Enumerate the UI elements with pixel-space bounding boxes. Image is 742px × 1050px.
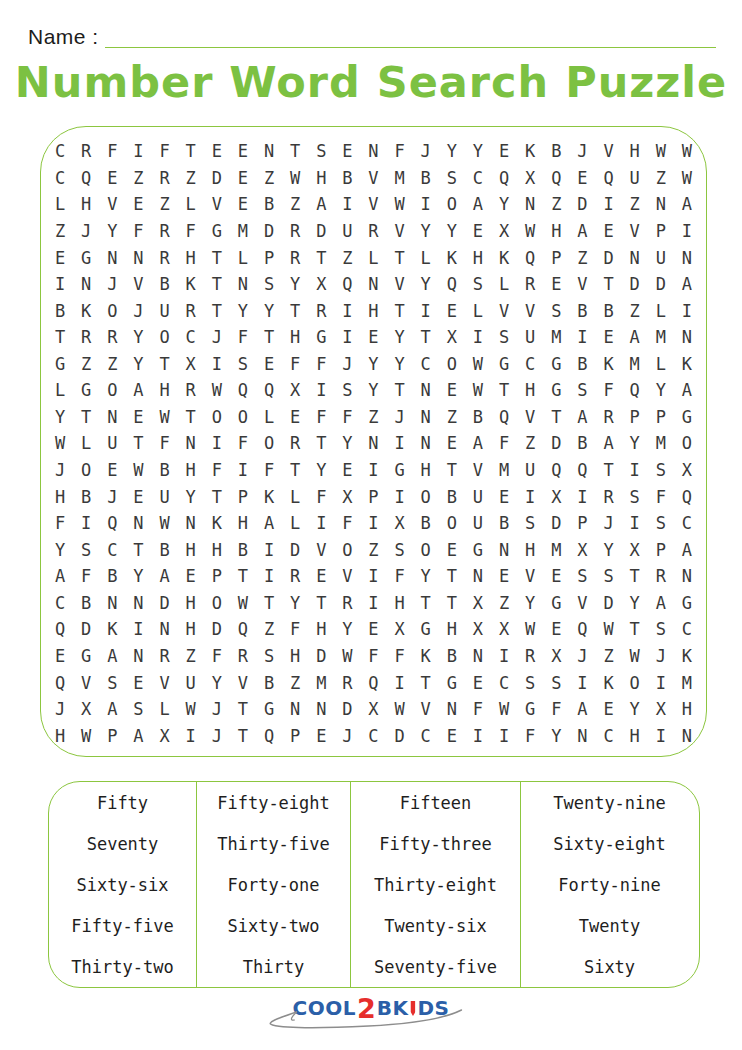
- grid-cell[interactable]: D: [73, 616, 99, 643]
- grid-cell[interactable]: W: [596, 616, 622, 643]
- grid-cell[interactable]: S: [569, 563, 595, 590]
- grid-cell[interactable]: A: [151, 563, 177, 590]
- grid-cell[interactable]: Y: [648, 377, 674, 404]
- grid-cell[interactable]: B: [596, 297, 622, 324]
- grid-cell[interactable]: Z: [256, 616, 282, 643]
- grid-cell[interactable]: R: [648, 563, 674, 590]
- grid-cell[interactable]: P: [569, 510, 595, 537]
- grid-cell[interactable]: C: [517, 351, 543, 378]
- grid-cell[interactable]: R: [73, 324, 99, 351]
- grid-cell[interactable]: C: [99, 536, 125, 563]
- grid-cell[interactable]: E: [360, 324, 386, 351]
- grid-cell[interactable]: V: [125, 271, 151, 298]
- grid-cell[interactable]: Z: [491, 590, 517, 617]
- grid-cell[interactable]: S: [256, 271, 282, 298]
- grid-cell[interactable]: N: [151, 616, 177, 643]
- grid-cell[interactable]: Z: [648, 165, 674, 192]
- grid-cell[interactable]: L: [465, 297, 491, 324]
- grid-cell[interactable]: T: [282, 457, 308, 484]
- grid-cell[interactable]: G: [256, 696, 282, 723]
- grid-cell[interactable]: R: [151, 643, 177, 670]
- grid-cell[interactable]: O: [439, 351, 465, 378]
- grid-cell[interactable]: X: [569, 536, 595, 563]
- grid-cell[interactable]: E: [125, 669, 151, 696]
- grid-cell[interactable]: E: [596, 696, 622, 723]
- grid-cell[interactable]: V: [622, 218, 648, 245]
- grid-cell[interactable]: N: [308, 696, 334, 723]
- grid-cell[interactable]: Y: [413, 218, 439, 245]
- grid-cell[interactable]: Z: [622, 191, 648, 218]
- grid-cell[interactable]: W: [125, 457, 151, 484]
- grid-cell[interactable]: V: [387, 218, 413, 245]
- grid-cell[interactable]: G: [413, 616, 439, 643]
- grid-cell[interactable]: S: [465, 271, 491, 298]
- grid-cell[interactable]: B: [543, 138, 569, 165]
- grid-cell[interactable]: A: [622, 324, 648, 351]
- grid-cell[interactable]: E: [465, 218, 491, 245]
- grid-cell[interactable]: T: [47, 324, 73, 351]
- grid-cell[interactable]: R: [73, 138, 99, 165]
- grid-cell[interactable]: Y: [178, 483, 204, 510]
- grid-cell[interactable]: Q: [622, 377, 648, 404]
- grid-cell[interactable]: D: [622, 271, 648, 298]
- grid-cell[interactable]: X: [543, 483, 569, 510]
- grid-cell[interactable]: G: [47, 351, 73, 378]
- grid-cell[interactable]: V: [569, 271, 595, 298]
- grid-cell[interactable]: G: [73, 377, 99, 404]
- grid-cell[interactable]: A: [569, 404, 595, 431]
- grid-cell[interactable]: V: [230, 669, 256, 696]
- grid-cell[interactable]: N: [569, 722, 595, 749]
- grid-cell[interactable]: W: [387, 696, 413, 723]
- grid-cell[interactable]: Y: [413, 563, 439, 590]
- grid-cell[interactable]: E: [360, 616, 386, 643]
- grid-cell[interactable]: T: [543, 404, 569, 431]
- grid-cell[interactable]: Z: [543, 191, 569, 218]
- grid-cell[interactable]: Z: [282, 191, 308, 218]
- grid-cell[interactable]: V: [491, 297, 517, 324]
- grid-cell[interactable]: Z: [178, 165, 204, 192]
- grid-cell[interactable]: H: [230, 510, 256, 537]
- grid-cell[interactable]: S: [125, 696, 151, 723]
- grid-cell[interactable]: Z: [622, 297, 648, 324]
- grid-cell[interactable]: D: [387, 722, 413, 749]
- grid-cell[interactable]: T: [596, 271, 622, 298]
- grid-cell[interactable]: Y: [517, 590, 543, 617]
- grid-cell[interactable]: Y: [125, 324, 151, 351]
- grid-cell[interactable]: J: [334, 351, 360, 378]
- grid-cell[interactable]: I: [360, 563, 386, 590]
- grid-cell[interactable]: V: [308, 536, 334, 563]
- grid-cell[interactable]: M: [674, 669, 700, 696]
- grid-cell[interactable]: D: [543, 430, 569, 457]
- grid-cell[interactable]: Q: [73, 165, 99, 192]
- grid-cell[interactable]: X: [491, 218, 517, 245]
- grid-cell[interactable]: R: [282, 218, 308, 245]
- grid-cell[interactable]: F: [465, 696, 491, 723]
- grid-cell[interactable]: B: [334, 165, 360, 192]
- grid-cell[interactable]: T: [413, 590, 439, 617]
- grid-cell[interactable]: I: [569, 324, 595, 351]
- grid-cell[interactable]: P: [282, 722, 308, 749]
- grid-cell[interactable]: B: [439, 643, 465, 670]
- grid-cell[interactable]: A: [596, 430, 622, 457]
- grid-cell[interactable]: C: [413, 722, 439, 749]
- grid-cell[interactable]: F: [387, 643, 413, 670]
- grid-cell[interactable]: Y: [334, 616, 360, 643]
- grid-cell[interactable]: S: [517, 510, 543, 537]
- grid-cell[interactable]: I: [230, 457, 256, 484]
- grid-cell[interactable]: F: [387, 138, 413, 165]
- grid-cell[interactable]: Z: [151, 191, 177, 218]
- grid-cell[interactable]: H: [439, 616, 465, 643]
- grid-cell[interactable]: W: [230, 590, 256, 617]
- grid-cell[interactable]: N: [125, 590, 151, 617]
- grid-cell[interactable]: R: [282, 430, 308, 457]
- grid-cell[interactable]: I: [334, 297, 360, 324]
- grid-cell[interactable]: S: [596, 563, 622, 590]
- grid-cell[interactable]: P: [360, 483, 386, 510]
- grid-cell[interactable]: T: [230, 563, 256, 590]
- grid-cell[interactable]: R: [334, 590, 360, 617]
- grid-cell[interactable]: O: [413, 483, 439, 510]
- grid-cell[interactable]: L: [648, 351, 674, 378]
- grid-cell[interactable]: H: [178, 536, 204, 563]
- grid-cell[interactable]: R: [230, 643, 256, 670]
- grid-cell[interactable]: G: [543, 351, 569, 378]
- grid-cell[interactable]: W: [517, 218, 543, 245]
- grid-cell[interactable]: Y: [282, 590, 308, 617]
- grid-cell[interactable]: W: [622, 643, 648, 670]
- grid-cell[interactable]: E: [439, 430, 465, 457]
- grid-cell[interactable]: S: [256, 643, 282, 670]
- grid-cell[interactable]: D: [204, 616, 230, 643]
- grid-cell[interactable]: S: [491, 324, 517, 351]
- grid-cell[interactable]: T: [73, 404, 99, 431]
- grid-cell[interactable]: E: [334, 457, 360, 484]
- grid-cell[interactable]: A: [674, 271, 700, 298]
- grid-cell[interactable]: L: [256, 404, 282, 431]
- grid-cell[interactable]: Y: [439, 138, 465, 165]
- grid-cell[interactable]: D: [596, 244, 622, 271]
- grid-cell[interactable]: I: [178, 722, 204, 749]
- grid-cell[interactable]: P: [648, 404, 674, 431]
- grid-cell[interactable]: B: [47, 297, 73, 324]
- grid-cell[interactable]: L: [178, 191, 204, 218]
- grid-cell[interactable]: Q: [360, 669, 386, 696]
- grid-cell[interactable]: P: [230, 483, 256, 510]
- grid-cell[interactable]: V: [413, 696, 439, 723]
- grid-cell[interactable]: K: [178, 271, 204, 298]
- grid-cell[interactable]: J: [387, 404, 413, 431]
- grid-cell[interactable]: E: [491, 563, 517, 590]
- grid-cell[interactable]: Q: [569, 616, 595, 643]
- grid-cell[interactable]: B: [491, 510, 517, 537]
- grid-cell[interactable]: E: [569, 165, 595, 192]
- grid-cell[interactable]: N: [674, 722, 700, 749]
- grid-cell[interactable]: S: [387, 536, 413, 563]
- grid-cell[interactable]: W: [465, 377, 491, 404]
- grid-cell[interactable]: W: [517, 616, 543, 643]
- grid-cell[interactable]: W: [334, 643, 360, 670]
- grid-cell[interactable]: I: [387, 669, 413, 696]
- grid-cell[interactable]: E: [439, 536, 465, 563]
- grid-cell[interactable]: R: [99, 324, 125, 351]
- grid-cell[interactable]: A: [674, 536, 700, 563]
- grid-cell[interactable]: J: [569, 643, 595, 670]
- grid-cell[interactable]: X: [543, 643, 569, 670]
- grid-cell[interactable]: E: [99, 165, 125, 192]
- grid-cell[interactable]: Y: [99, 218, 125, 245]
- grid-cell[interactable]: Y: [125, 563, 151, 590]
- grid-cell[interactable]: J: [125, 297, 151, 324]
- grid-cell[interactable]: C: [178, 324, 204, 351]
- grid-cell[interactable]: Q: [230, 377, 256, 404]
- grid-cell[interactable]: O: [439, 510, 465, 537]
- grid-cell[interactable]: T: [387, 297, 413, 324]
- grid-cell[interactable]: N: [282, 696, 308, 723]
- grid-cell[interactable]: U: [465, 483, 491, 510]
- grid-cell[interactable]: U: [178, 669, 204, 696]
- grid-cell[interactable]: N: [465, 563, 491, 590]
- grid-cell[interactable]: Y: [47, 404, 73, 431]
- grid-cell[interactable]: B: [151, 271, 177, 298]
- grid-cell[interactable]: H: [282, 643, 308, 670]
- grid-cell[interactable]: B: [99, 563, 125, 590]
- grid-cell[interactable]: E: [543, 616, 569, 643]
- grid-cell[interactable]: O: [204, 404, 230, 431]
- grid-cell[interactable]: I: [125, 138, 151, 165]
- grid-cell[interactable]: I: [413, 297, 439, 324]
- grid-cell[interactable]: O: [674, 430, 700, 457]
- grid-cell[interactable]: F: [151, 430, 177, 457]
- grid-cell[interactable]: V: [569, 590, 595, 617]
- grid-cell[interactable]: T: [256, 324, 282, 351]
- grid-cell[interactable]: L: [47, 377, 73, 404]
- grid-cell[interactable]: T: [125, 536, 151, 563]
- grid-cell[interactable]: X: [178, 351, 204, 378]
- grid-cell[interactable]: N: [360, 430, 386, 457]
- grid-cell[interactable]: B: [413, 510, 439, 537]
- grid-cell[interactable]: F: [334, 510, 360, 537]
- grid-cell[interactable]: I: [308, 377, 334, 404]
- grid-cell[interactable]: F: [230, 324, 256, 351]
- grid-cell[interactable]: O: [151, 324, 177, 351]
- grid-cell[interactable]: K: [596, 351, 622, 378]
- grid-cell[interactable]: E: [543, 563, 569, 590]
- grid-cell[interactable]: F: [204, 457, 230, 484]
- grid-cell[interactable]: P: [622, 404, 648, 431]
- grid-cell[interactable]: R: [282, 563, 308, 590]
- grid-cell[interactable]: T: [387, 377, 413, 404]
- grid-cell[interactable]: A: [674, 377, 700, 404]
- grid-cell[interactable]: S: [517, 669, 543, 696]
- grid-cell[interactable]: X: [491, 616, 517, 643]
- grid-cell[interactable]: B: [439, 483, 465, 510]
- grid-cell[interactable]: X: [387, 510, 413, 537]
- grid-cell[interactable]: O: [230, 404, 256, 431]
- grid-cell[interactable]: W: [204, 377, 230, 404]
- grid-cell[interactable]: H: [622, 138, 648, 165]
- grid-cell[interactable]: J: [99, 271, 125, 298]
- grid-cell[interactable]: Q: [491, 165, 517, 192]
- grid-cell[interactable]: J: [334, 722, 360, 749]
- grid-cell[interactable]: B: [256, 191, 282, 218]
- grid-cell[interactable]: R: [360, 218, 386, 245]
- grid-cell[interactable]: V: [204, 191, 230, 218]
- grid-cell[interactable]: Q: [256, 722, 282, 749]
- grid-cell[interactable]: D: [596, 590, 622, 617]
- grid-cell[interactable]: X: [439, 324, 465, 351]
- grid-cell[interactable]: F: [99, 138, 125, 165]
- grid-cell[interactable]: E: [230, 165, 256, 192]
- grid-cell[interactable]: X: [674, 457, 700, 484]
- grid-cell[interactable]: G: [674, 590, 700, 617]
- grid-cell[interactable]: B: [569, 430, 595, 457]
- grid-cell[interactable]: O: [99, 297, 125, 324]
- grid-cell[interactable]: T: [308, 590, 334, 617]
- grid-cell[interactable]: I: [517, 483, 543, 510]
- grid-cell[interactable]: Y: [596, 536, 622, 563]
- grid-cell[interactable]: Z: [256, 165, 282, 192]
- grid-cell[interactable]: W: [674, 165, 700, 192]
- grid-cell[interactable]: R: [151, 218, 177, 245]
- grid-cell[interactable]: H: [465, 244, 491, 271]
- grid-cell[interactable]: Y: [387, 351, 413, 378]
- grid-cell[interactable]: R: [596, 483, 622, 510]
- grid-cell[interactable]: Q: [569, 457, 595, 484]
- grid-cell[interactable]: F: [125, 218, 151, 245]
- grid-cell[interactable]: I: [465, 324, 491, 351]
- grid-cell[interactable]: T: [282, 297, 308, 324]
- grid-cell[interactable]: T: [439, 590, 465, 617]
- grid-cell[interactable]: I: [569, 669, 595, 696]
- grid-cell[interactable]: A: [674, 191, 700, 218]
- grid-cell[interactable]: E: [47, 643, 73, 670]
- grid-cell[interactable]: H: [517, 377, 543, 404]
- grid-cell[interactable]: M: [491, 457, 517, 484]
- grid-cell[interactable]: L: [73, 430, 99, 457]
- grid-cell[interactable]: X: [622, 536, 648, 563]
- grid-cell[interactable]: Z: [334, 244, 360, 271]
- grid-cell[interactable]: H: [47, 483, 73, 510]
- grid-cell[interactable]: B: [569, 297, 595, 324]
- grid-cell[interactable]: E: [125, 404, 151, 431]
- grid-cell[interactable]: N: [360, 271, 386, 298]
- grid-cell[interactable]: T: [413, 669, 439, 696]
- grid-cell[interactable]: E: [282, 404, 308, 431]
- grid-cell[interactable]: T: [125, 430, 151, 457]
- grid-cell[interactable]: W: [674, 138, 700, 165]
- grid-cell[interactable]: V: [517, 404, 543, 431]
- grid-cell[interactable]: F: [334, 404, 360, 431]
- grid-cell[interactable]: N: [178, 430, 204, 457]
- grid-cell[interactable]: W: [73, 722, 99, 749]
- grid-cell[interactable]: P: [256, 244, 282, 271]
- grid-cell[interactable]: A: [125, 722, 151, 749]
- grid-cell[interactable]: L: [648, 297, 674, 324]
- grid-cell[interactable]: O: [204, 590, 230, 617]
- grid-cell[interactable]: N: [413, 430, 439, 457]
- grid-cell[interactable]: O: [73, 457, 99, 484]
- grid-cell[interactable]: G: [517, 696, 543, 723]
- grid-cell[interactable]: O: [99, 377, 125, 404]
- grid-cell[interactable]: F: [230, 430, 256, 457]
- grid-cell[interactable]: N: [230, 271, 256, 298]
- grid-cell[interactable]: F: [47, 510, 73, 537]
- grid-cell[interactable]: Y: [47, 536, 73, 563]
- grid-cell[interactable]: Z: [282, 669, 308, 696]
- grid-cell[interactable]: I: [674, 218, 700, 245]
- grid-cell[interactable]: X: [282, 377, 308, 404]
- grid-cell[interactable]: T: [491, 377, 517, 404]
- grid-cell[interactable]: G: [204, 218, 230, 245]
- grid-cell[interactable]: T: [282, 138, 308, 165]
- grid-cell[interactable]: M: [543, 324, 569, 351]
- grid-cell[interactable]: E: [125, 191, 151, 218]
- grid-cell[interactable]: N: [125, 643, 151, 670]
- grid-cell[interactable]: C: [47, 138, 73, 165]
- grid-cell[interactable]: E: [596, 218, 622, 245]
- grid-cell[interactable]: Z: [596, 643, 622, 670]
- grid-cell[interactable]: F: [360, 643, 386, 670]
- grid-cell[interactable]: T: [622, 616, 648, 643]
- grid-cell[interactable]: B: [73, 590, 99, 617]
- grid-cell[interactable]: D: [282, 536, 308, 563]
- grid-cell[interactable]: L: [282, 510, 308, 537]
- grid-cell[interactable]: F: [517, 722, 543, 749]
- grid-cell[interactable]: E: [439, 377, 465, 404]
- grid-cell[interactable]: Y: [204, 669, 230, 696]
- grid-cell[interactable]: Y: [622, 590, 648, 617]
- grid-cell[interactable]: W: [178, 696, 204, 723]
- grid-cell[interactable]: I: [465, 722, 491, 749]
- grid-cell[interactable]: U: [648, 244, 674, 271]
- grid-cell[interactable]: Q: [334, 271, 360, 298]
- grid-cell[interactable]: B: [256, 669, 282, 696]
- grid-cell[interactable]: S: [230, 351, 256, 378]
- grid-cell[interactable]: Q: [47, 669, 73, 696]
- grid-cell[interactable]: Y: [308, 457, 334, 484]
- grid-cell[interactable]: K: [491, 244, 517, 271]
- grid-cell[interactable]: G: [465, 536, 491, 563]
- grid-cell[interactable]: N: [99, 404, 125, 431]
- grid-cell[interactable]: V: [99, 191, 125, 218]
- grid-cell[interactable]: N: [674, 324, 700, 351]
- grid-cell[interactable]: I: [569, 483, 595, 510]
- grid-cell[interactable]: S: [73, 536, 99, 563]
- grid-cell[interactable]: U: [517, 324, 543, 351]
- grid-cell[interactable]: Q: [439, 271, 465, 298]
- grid-cell[interactable]: C: [360, 722, 386, 749]
- grid-cell[interactable]: T: [387, 244, 413, 271]
- grid-cell[interactable]: B: [413, 165, 439, 192]
- grid-cell[interactable]: F: [282, 351, 308, 378]
- grid-cell[interactable]: N: [73, 271, 99, 298]
- grid-cell[interactable]: F: [308, 351, 334, 378]
- grid-cell[interactable]: Y: [360, 351, 386, 378]
- grid-cell[interactable]: K: [99, 616, 125, 643]
- grid-cell[interactable]: E: [125, 483, 151, 510]
- grid-cell[interactable]: E: [256, 351, 282, 378]
- grid-cell[interactable]: V: [360, 165, 386, 192]
- grid-cell[interactable]: E: [491, 483, 517, 510]
- grid-cell[interactable]: B: [569, 351, 595, 378]
- grid-cell[interactable]: N: [178, 510, 204, 537]
- grid-cell[interactable]: N: [413, 404, 439, 431]
- grid-cell[interactable]: H: [282, 324, 308, 351]
- grid-cell[interactable]: F: [73, 563, 99, 590]
